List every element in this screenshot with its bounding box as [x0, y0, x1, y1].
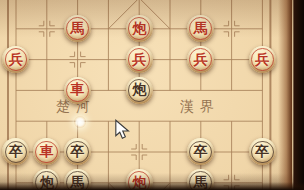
piece-red-soldier[interactable]: 兵: [2, 46, 29, 73]
piece-black-soldier[interactable]: 卒: [2, 138, 29, 165]
piece-character: 馬: [187, 15, 214, 42]
board-grid[interactable]: 馬炮馬兵兵兵兵車炮卒車卒卒卒炮馬炮馬: [1, 0, 278, 190]
piece-black-horse[interactable]: 馬: [187, 169, 214, 190]
piece-character: 卒: [249, 138, 276, 165]
piece-black-soldier[interactable]: 卒: [64, 138, 91, 165]
piece-character: 兵: [2, 46, 29, 73]
piece-red-soldier[interactable]: 兵: [249, 46, 276, 73]
piece-red-horse[interactable]: 馬: [64, 15, 91, 42]
piece-red-cannon[interactable]: 炮: [126, 169, 153, 190]
piece-character: 馬: [187, 169, 214, 190]
piece-red-cannon[interactable]: 炮: [126, 15, 153, 42]
move-highlight-dot: [74, 116, 86, 128]
piece-character: 炮: [126, 15, 153, 42]
piece-black-cannon[interactable]: 炮: [33, 169, 60, 190]
piece-red-chariot[interactable]: 車: [64, 77, 91, 104]
piece-character: 馬: [64, 15, 91, 42]
piece-character: 卒: [187, 138, 214, 165]
piece-character: 車: [64, 77, 91, 104]
piece-black-soldier[interactable]: 卒: [249, 138, 276, 165]
piece-character: 兵: [126, 46, 153, 73]
piece-character: 卒: [64, 138, 91, 165]
piece-character: 車: [33, 138, 60, 165]
piece-character: 炮: [33, 169, 60, 190]
xiangqi-game-screen: 楚河 漢界 馬炮馬兵兵兵兵車炮卒車卒卒卒炮馬炮馬: [0, 0, 304, 190]
piece-character: 炮: [126, 169, 153, 190]
piece-character: 卒: [2, 138, 29, 165]
piece-black-horse[interactable]: 馬: [64, 169, 91, 190]
piece-character: 炮: [126, 77, 153, 104]
piece-red-soldier[interactable]: 兵: [126, 46, 153, 73]
piece-black-cannon[interactable]: 炮: [126, 77, 153, 104]
piece-character: 馬: [64, 169, 91, 190]
piece-character: 兵: [249, 46, 276, 73]
piece-black-soldier[interactable]: 卒: [187, 138, 214, 165]
piece-red-chariot[interactable]: 車: [33, 138, 60, 165]
piece-character: 兵: [187, 46, 214, 73]
piece-red-horse[interactable]: 馬: [187, 15, 214, 42]
piece-red-soldier[interactable]: 兵: [187, 46, 214, 73]
